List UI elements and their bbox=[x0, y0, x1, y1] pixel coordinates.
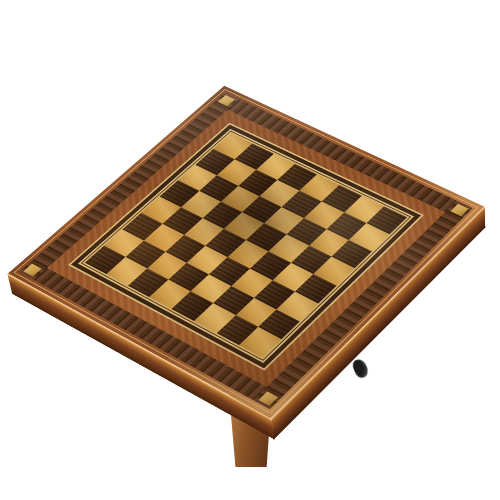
square-r7c3 bbox=[149, 280, 190, 309]
square-r4c7 bbox=[295, 274, 336, 303]
square-r3c5 bbox=[268, 234, 309, 262]
square-r6c5 bbox=[213, 286, 254, 315]
square-r3c6 bbox=[291, 246, 332, 275]
square-r5c3 bbox=[187, 246, 228, 274]
square-r5c4 bbox=[209, 257, 250, 286]
square-r7c2 bbox=[128, 268, 169, 297]
board-top-face bbox=[8, 86, 484, 418]
square-r5c6 bbox=[254, 280, 295, 309]
corner-inlay-se bbox=[259, 391, 278, 405]
square-r6c4 bbox=[190, 274, 231, 303]
square-r7c6 bbox=[216, 315, 258, 345]
square-r6c2 bbox=[147, 251, 188, 279]
square-r5c7 bbox=[277, 292, 319, 322]
square-r1c7 bbox=[349, 223, 390, 251]
square-r4c4 bbox=[228, 240, 269, 268]
square-r4c6 bbox=[273, 263, 314, 292]
square-r7c7 bbox=[239, 327, 281, 358]
square-r2c7 bbox=[331, 240, 372, 268]
square-r2c6 bbox=[309, 229, 350, 257]
square-r4c5 bbox=[250, 251, 291, 280]
square-r7c5 bbox=[194, 303, 236, 333]
square-r6c7 bbox=[258, 309, 300, 339]
square-r7c1 bbox=[106, 257, 147, 286]
square-r6c6 bbox=[235, 297, 277, 327]
crossband-bottom bbox=[19, 260, 283, 409]
square-r5c5 bbox=[231, 268, 272, 297]
square-r3c7 bbox=[314, 257, 355, 286]
photo-background: { "game": "chess", "subject": "antique i… bbox=[0, 0, 500, 500]
table-top bbox=[8, 86, 484, 418]
square-r6c3 bbox=[168, 263, 209, 292]
square-r7c4 bbox=[172, 291, 213, 320]
latch-knob bbox=[351, 357, 370, 379]
